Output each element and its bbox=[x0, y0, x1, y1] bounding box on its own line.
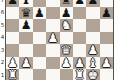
white-pawn-b2: ♟ bbox=[21, 57, 32, 70]
square-f7[interactable]: ♟ bbox=[73, 0, 86, 7]
rank-label-7: 7 bbox=[0, 0, 5, 7]
square-b5[interactable]: ♟ bbox=[19, 19, 32, 32]
square-h2[interactable]: ♟ bbox=[100, 57, 113, 70]
white-rook-a1: ♜ bbox=[7, 69, 18, 80]
white-pawn-e2: ♟ bbox=[61, 57, 72, 70]
square-h4[interactable] bbox=[100, 32, 113, 45]
rank-label-3: 3 bbox=[0, 44, 5, 57]
chess-board: ♟♝♜♟♟♛♟♟♟♟♞♟♛♟♟♟♟♟♝♟♜♜♚ bbox=[6, 0, 114, 80]
square-f6[interactable] bbox=[73, 7, 86, 20]
square-d1[interactable] bbox=[46, 69, 59, 80]
square-f5[interactable] bbox=[73, 19, 86, 32]
square-b2[interactable]: ♟ bbox=[19, 57, 32, 70]
black-pawn-b5: ♟ bbox=[21, 19, 32, 32]
white-knight-e5: ♞ bbox=[61, 19, 72, 32]
square-c1[interactable] bbox=[33, 69, 46, 80]
square-g7[interactable]: ♟ bbox=[86, 0, 99, 7]
white-pawn-d4: ♟ bbox=[47, 32, 58, 45]
black-pawn-h6: ♟ bbox=[101, 7, 112, 20]
square-e3[interactable]: ♛ bbox=[60, 44, 73, 57]
square-a7[interactable]: ♟ bbox=[6, 0, 19, 7]
white-king-g1: ♚ bbox=[88, 69, 99, 80]
square-a3[interactable] bbox=[6, 44, 19, 57]
square-a1[interactable]: ♜ bbox=[6, 69, 19, 80]
square-g3[interactable]: ♟ bbox=[86, 44, 99, 57]
square-h1[interactable] bbox=[100, 69, 113, 80]
square-c5[interactable] bbox=[33, 19, 46, 32]
white-rook-f1: ♜ bbox=[74, 69, 85, 80]
rank-label-2: 2 bbox=[0, 57, 5, 70]
square-c3[interactable] bbox=[33, 44, 46, 57]
square-f3[interactable] bbox=[73, 44, 86, 57]
square-a5[interactable] bbox=[6, 19, 19, 32]
square-d5[interactable] bbox=[46, 19, 59, 32]
square-e2[interactable]: ♟ bbox=[60, 57, 73, 70]
square-b3[interactable] bbox=[19, 44, 32, 57]
black-pawn-f7: ♟ bbox=[74, 0, 85, 7]
square-f1[interactable]: ♜ bbox=[73, 69, 86, 80]
square-c6[interactable]: ♟ bbox=[33, 7, 46, 20]
square-b1[interactable] bbox=[19, 69, 32, 80]
rank-label-1: 1 bbox=[0, 69, 5, 80]
white-pawn-g3: ♟ bbox=[88, 44, 99, 57]
square-g1[interactable]: ♚ bbox=[86, 69, 99, 80]
rank-label-4: 4 bbox=[0, 32, 5, 45]
square-h6[interactable]: ♟ bbox=[100, 7, 113, 20]
white-queen-e3: ♛ bbox=[61, 44, 72, 57]
square-d6[interactable] bbox=[46, 7, 59, 20]
black-pawn-g7: ♟ bbox=[88, 0, 99, 7]
square-d7[interactable] bbox=[46, 0, 59, 7]
square-b4[interactable] bbox=[19, 32, 32, 45]
square-e1[interactable] bbox=[60, 69, 73, 80]
black-pawn-a7: ♟ bbox=[7, 0, 18, 7]
square-d2[interactable] bbox=[46, 57, 59, 70]
square-a6[interactable] bbox=[6, 7, 19, 20]
black-pawn-c6: ♟ bbox=[34, 7, 45, 20]
rank-label-5: 5 bbox=[0, 19, 5, 32]
square-a4[interactable] bbox=[6, 32, 19, 45]
square-g6[interactable] bbox=[86, 7, 99, 20]
square-d3[interactable] bbox=[46, 44, 59, 57]
square-h3[interactable] bbox=[100, 44, 113, 57]
square-h5[interactable] bbox=[100, 19, 113, 32]
rank-label-6: 6 bbox=[0, 7, 5, 20]
square-g5[interactable] bbox=[86, 19, 99, 32]
square-c4[interactable] bbox=[33, 32, 46, 45]
square-e5[interactable]: ♞ bbox=[60, 19, 73, 32]
square-c2[interactable] bbox=[33, 57, 46, 70]
square-f4[interactable] bbox=[73, 32, 86, 45]
white-pawn-h2: ♟ bbox=[101, 57, 112, 70]
chess-diagram: 7654321 ♟♝♜♟♟♛♟♟♟♟♞♟♛♟♟♟♟♟♝♟♜♜♚ bbox=[0, 0, 120, 80]
square-d4[interactable]: ♟ bbox=[46, 32, 59, 45]
